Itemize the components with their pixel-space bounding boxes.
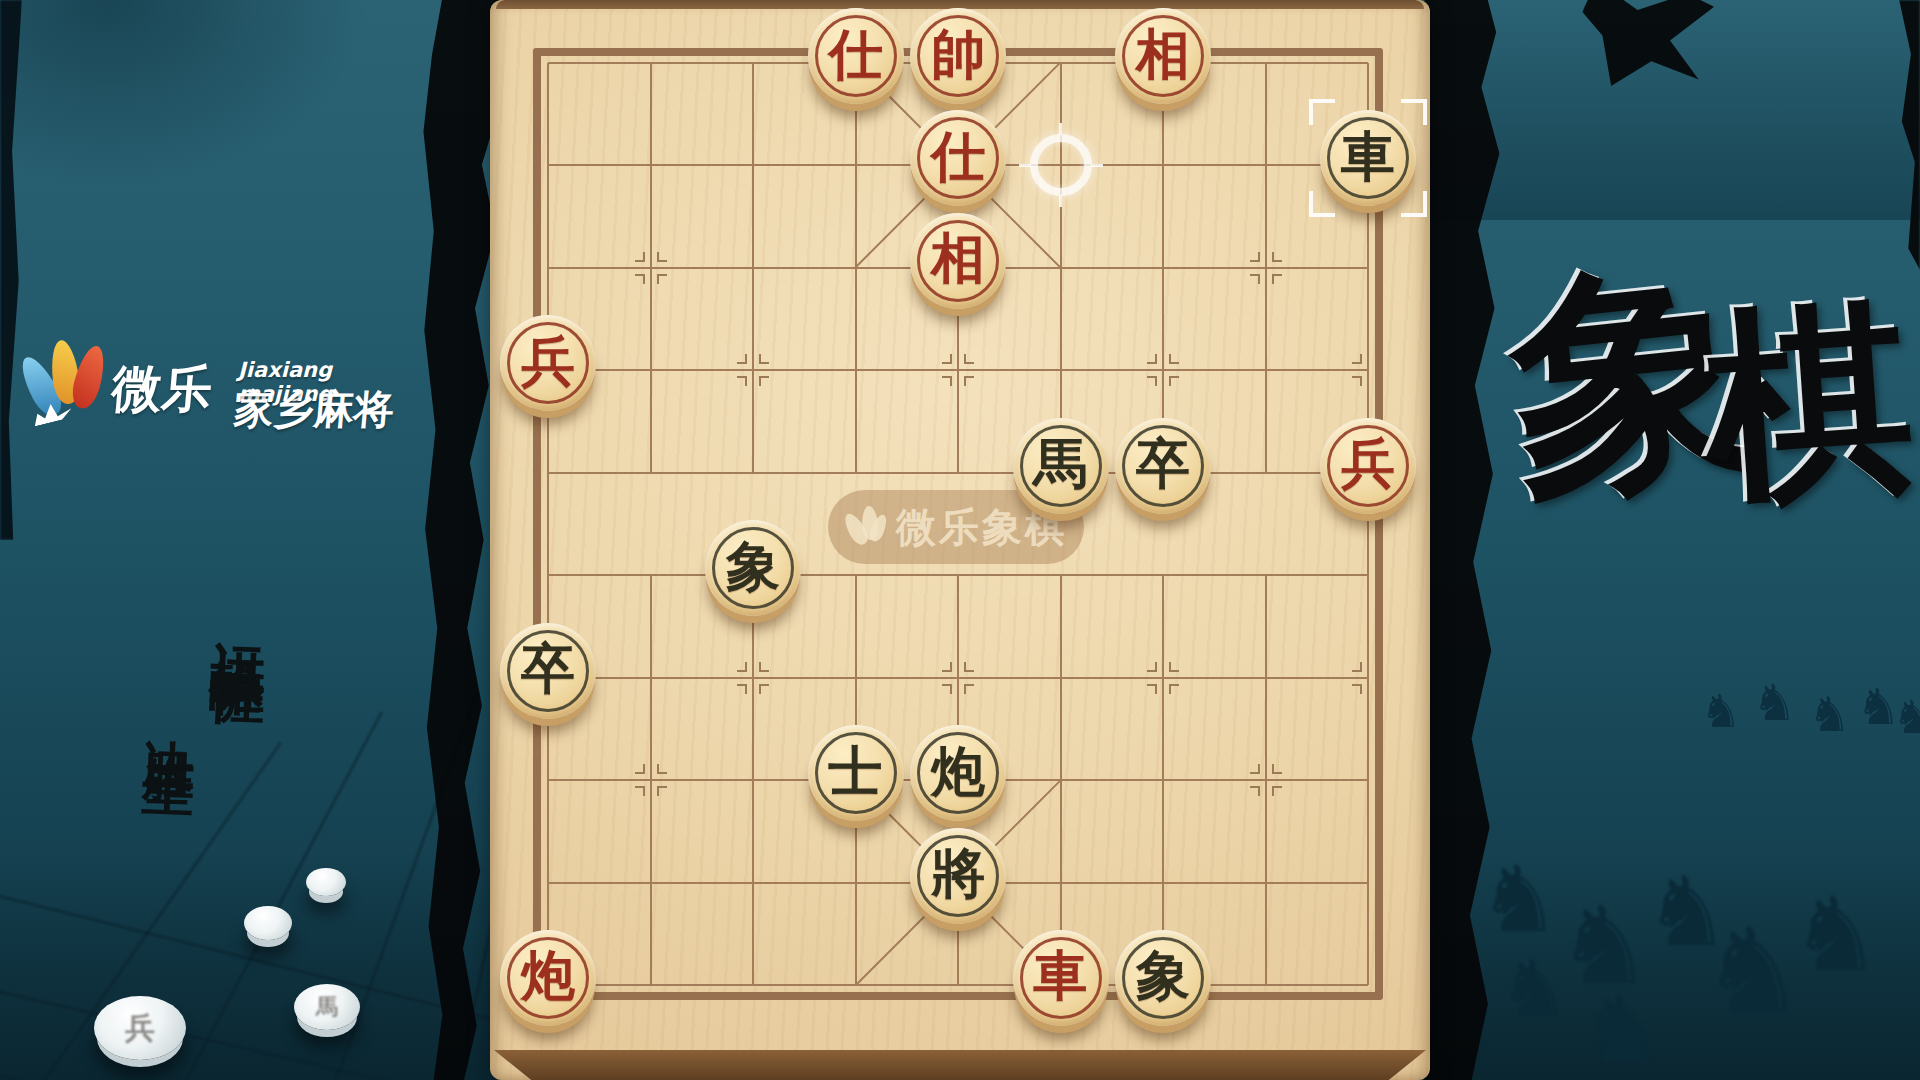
point-mark — [1250, 252, 1260, 262]
piece-red-chariot[interactable]: 車 — [1013, 930, 1109, 1026]
point-mark — [737, 662, 747, 672]
piece-red-general[interactable]: 帥 — [910, 8, 1006, 104]
point-mark — [635, 252, 645, 262]
point-mark — [1147, 684, 1157, 694]
point-mark — [1352, 684, 1362, 694]
point-mark — [1272, 274, 1282, 284]
point-mark — [737, 354, 747, 364]
piece-black-horse[interactable]: 馬 — [1013, 418, 1109, 514]
point-mark — [1169, 684, 1179, 694]
point-mark — [635, 786, 645, 796]
ring-tick — [1019, 164, 1031, 167]
point-mark — [1169, 662, 1179, 672]
point-mark — [657, 252, 667, 262]
point-mark — [759, 354, 769, 364]
point-mark — [1169, 376, 1179, 386]
move-target-ring — [1030, 134, 1092, 196]
grid-hline — [548, 574, 1368, 576]
point-mark — [1352, 662, 1362, 672]
point-mark — [942, 684, 952, 694]
point-mark — [1352, 376, 1362, 386]
point-mark — [737, 684, 747, 694]
point-mark — [942, 376, 952, 386]
piece-black-elephant[interactable]: 象 — [705, 520, 801, 616]
leaf-logo-icon — [842, 504, 888, 550]
point-mark — [1272, 764, 1282, 774]
piece-black-elephant[interactable]: 象 — [1115, 930, 1211, 1026]
point-mark — [1272, 786, 1282, 796]
point-mark — [942, 662, 952, 672]
point-mark — [1250, 274, 1260, 284]
point-mark — [1169, 354, 1179, 364]
point-mark — [657, 764, 667, 774]
grid-hline — [548, 677, 1368, 679]
point-mark — [635, 764, 645, 774]
piece-red-soldier[interactable]: 兵 — [500, 315, 596, 411]
point-mark — [759, 376, 769, 386]
point-mark — [1147, 662, 1157, 672]
point-mark — [1250, 764, 1260, 774]
ring-tick — [1091, 164, 1103, 167]
point-mark — [759, 662, 769, 672]
point-mark — [964, 354, 974, 364]
point-mark — [964, 376, 974, 386]
grid-hline — [548, 984, 1368, 986]
point-mark — [1147, 354, 1157, 364]
point-mark — [657, 274, 667, 284]
piece-black-soldier[interactable]: 卒 — [500, 623, 596, 719]
grid-hline — [548, 369, 1368, 371]
xiangqi-board[interactable]: 微乐象棋 仕帥相仕車相兵馬卒兵象卒士炮將炮車象 — [0, 0, 1920, 1080]
point-mark — [964, 684, 974, 694]
game-screen: 兵馬 ♞♞♞♞♞♞♞♞♞♞♞♞ 微乐 Jiaxiang majiang 家乡麻将… — [0, 0, 1920, 1080]
point-mark — [635, 274, 645, 284]
point-mark — [1250, 786, 1260, 796]
grid-hline — [548, 472, 1368, 474]
piece-red-soldier[interactable]: 兵 — [1320, 418, 1416, 514]
ring-tick — [1059, 195, 1062, 207]
point-mark — [1147, 376, 1157, 386]
piece-black-general[interactable]: 將 — [910, 828, 1006, 924]
piece-red-advisor[interactable]: 仕 — [910, 110, 1006, 206]
point-mark — [964, 662, 974, 672]
piece-black-soldier[interactable]: 卒 — [1115, 418, 1211, 514]
point-mark — [1272, 252, 1282, 262]
grid-vline — [547, 63, 549, 985]
piece-black-cannon[interactable]: 炮 — [910, 725, 1006, 821]
point-mark — [759, 684, 769, 694]
point-mark — [1352, 354, 1362, 364]
point-mark — [737, 376, 747, 386]
piece-red-advisor[interactable]: 仕 — [808, 8, 904, 104]
piece-black-advisor[interactable]: 士 — [808, 725, 904, 821]
piece-red-cannon[interactable]: 炮 — [500, 930, 596, 1026]
point-mark — [942, 354, 952, 364]
piece-red-elephant[interactable]: 相 — [1115, 8, 1211, 104]
point-mark — [657, 786, 667, 796]
piece-red-elephant[interactable]: 相 — [910, 213, 1006, 309]
selected-piece-brackets — [1309, 99, 1427, 217]
